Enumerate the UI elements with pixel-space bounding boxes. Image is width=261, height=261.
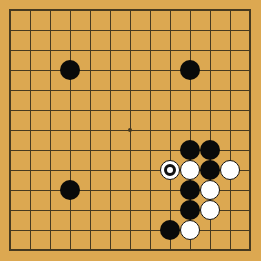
circle-mark <box>164 164 176 176</box>
intersection[interactable] <box>220 240 240 260</box>
intersection[interactable] <box>20 180 40 200</box>
intersection[interactable] <box>100 20 120 40</box>
intersection[interactable] <box>220 220 240 240</box>
intersection[interactable] <box>100 220 120 240</box>
intersection[interactable] <box>140 220 160 240</box>
intersection[interactable] <box>40 240 60 260</box>
intersection[interactable] <box>180 100 200 120</box>
intersection[interactable] <box>240 140 260 160</box>
black-stone <box>200 140 220 160</box>
intersection[interactable] <box>200 0 220 20</box>
intersection[interactable] <box>100 100 120 120</box>
intersection[interactable] <box>60 0 80 20</box>
intersection[interactable] <box>160 0 180 20</box>
intersection[interactable] <box>100 140 120 160</box>
white-stone <box>180 160 200 180</box>
intersection[interactable] <box>60 20 80 40</box>
intersection[interactable] <box>60 120 80 140</box>
intersection[interactable] <box>0 120 20 140</box>
intersection[interactable] <box>20 200 40 220</box>
intersection[interactable] <box>140 160 160 180</box>
intersection[interactable] <box>60 160 80 180</box>
intersection[interactable] <box>200 140 220 160</box>
intersection[interactable] <box>240 240 260 260</box>
intersection[interactable] <box>80 160 100 180</box>
intersection[interactable] <box>100 40 120 60</box>
intersection[interactable] <box>240 60 260 80</box>
intersection[interactable] <box>140 40 160 60</box>
intersection[interactable] <box>20 40 40 60</box>
intersection[interactable] <box>20 0 40 20</box>
intersection[interactable] <box>160 240 180 260</box>
intersection[interactable] <box>80 60 100 80</box>
intersection[interactable] <box>220 20 240 40</box>
intersection[interactable] <box>60 240 80 260</box>
intersection[interactable] <box>100 80 120 100</box>
intersection[interactable] <box>200 40 220 60</box>
intersection[interactable] <box>120 60 140 80</box>
intersection[interactable] <box>60 100 80 120</box>
intersection[interactable] <box>240 20 260 40</box>
intersection[interactable] <box>0 100 20 120</box>
intersection[interactable] <box>180 80 200 100</box>
intersection[interactable] <box>80 240 100 260</box>
intersection[interactable] <box>160 60 180 80</box>
intersection[interactable] <box>140 0 160 20</box>
intersection[interactable] <box>120 80 140 100</box>
intersection[interactable] <box>80 180 100 200</box>
intersection[interactable] <box>100 0 120 20</box>
intersection[interactable] <box>40 160 60 180</box>
intersection[interactable] <box>40 220 60 240</box>
intersection[interactable] <box>20 120 40 140</box>
intersection[interactable] <box>120 240 140 260</box>
intersection[interactable] <box>20 240 40 260</box>
intersection[interactable] <box>140 200 160 220</box>
intersection[interactable] <box>40 100 60 120</box>
intersection[interactable] <box>240 80 260 100</box>
intersection[interactable] <box>40 0 60 20</box>
black-stone <box>180 200 200 220</box>
intersection[interactable] <box>0 180 20 200</box>
intersection[interactable] <box>160 200 180 220</box>
intersection[interactable] <box>100 60 120 80</box>
intersection[interactable] <box>220 100 240 120</box>
intersection[interactable] <box>80 0 100 20</box>
intersection[interactable] <box>120 40 140 60</box>
intersection[interactable] <box>180 160 200 180</box>
intersection[interactable] <box>120 140 140 160</box>
intersection[interactable] <box>20 220 40 240</box>
intersection[interactable] <box>60 220 80 240</box>
intersection[interactable] <box>140 60 160 80</box>
intersection[interactable] <box>180 0 200 20</box>
intersection[interactable] <box>20 100 40 120</box>
intersection[interactable] <box>200 240 220 260</box>
intersection[interactable] <box>40 20 60 40</box>
intersection[interactable] <box>160 80 180 100</box>
intersection[interactable] <box>120 0 140 20</box>
intersection[interactable] <box>180 40 200 60</box>
intersection[interactable] <box>80 120 100 140</box>
intersection[interactable] <box>120 100 140 120</box>
intersection[interactable] <box>160 40 180 60</box>
intersection[interactable] <box>220 160 240 180</box>
intersection[interactable] <box>220 120 240 140</box>
intersection[interactable] <box>40 140 60 160</box>
intersection[interactable] <box>140 80 160 100</box>
black-stone <box>160 220 180 240</box>
intersection[interactable] <box>0 140 20 160</box>
intersection[interactable] <box>0 0 20 20</box>
intersection[interactable] <box>40 60 60 80</box>
intersection[interactable] <box>20 60 40 80</box>
intersection[interactable] <box>40 80 60 100</box>
intersection[interactable] <box>40 200 60 220</box>
black-stone <box>180 60 200 80</box>
intersection[interactable] <box>0 240 20 260</box>
intersection[interactable] <box>100 240 120 260</box>
intersection[interactable] <box>140 100 160 120</box>
intersection[interactable] <box>180 60 200 80</box>
intersection[interactable] <box>180 140 200 160</box>
intersection[interactable] <box>220 80 240 100</box>
intersection[interactable] <box>160 180 180 200</box>
intersection[interactable] <box>200 20 220 40</box>
intersection[interactable] <box>240 120 260 140</box>
intersection[interactable] <box>80 100 100 120</box>
intersection[interactable] <box>60 80 80 100</box>
intersection[interactable] <box>0 160 20 180</box>
intersection[interactable] <box>180 240 200 260</box>
intersection[interactable] <box>200 180 220 200</box>
intersection[interactable] <box>200 60 220 80</box>
intersection[interactable] <box>240 160 260 180</box>
intersection[interactable] <box>100 120 120 140</box>
intersection[interactable] <box>220 180 240 200</box>
intersection[interactable] <box>20 160 40 180</box>
intersection[interactable] <box>240 0 260 20</box>
intersection[interactable] <box>180 200 200 220</box>
intersection[interactable] <box>200 100 220 120</box>
go-board-diagram <box>0 0 261 261</box>
intersection[interactable] <box>160 20 180 40</box>
intersection[interactable] <box>0 220 20 240</box>
intersection[interactable] <box>80 20 100 40</box>
intersection[interactable] <box>120 180 140 200</box>
intersection[interactable] <box>240 180 260 200</box>
intersection[interactable] <box>40 120 60 140</box>
intersection[interactable] <box>140 20 160 40</box>
white-stone <box>200 180 220 200</box>
go-board <box>0 0 260 260</box>
intersection[interactable] <box>120 220 140 240</box>
intersection[interactable] <box>240 220 260 240</box>
intersection[interactable] <box>0 80 20 100</box>
white-stone <box>180 220 200 240</box>
intersection[interactable] <box>80 200 100 220</box>
intersection[interactable] <box>100 200 120 220</box>
intersection[interactable] <box>140 140 160 160</box>
intersection[interactable] <box>180 180 200 200</box>
intersection[interactable] <box>0 60 20 80</box>
star-point <box>128 128 132 132</box>
intersection[interactable] <box>60 60 80 80</box>
black-stone <box>180 140 200 160</box>
intersection[interactable] <box>80 80 100 100</box>
white-stone <box>200 200 220 220</box>
black-stone <box>60 180 80 200</box>
intersection[interactable] <box>140 120 160 140</box>
intersection[interactable] <box>60 40 80 60</box>
intersection[interactable] <box>220 140 240 160</box>
intersection[interactable] <box>180 120 200 140</box>
intersection[interactable] <box>80 220 100 240</box>
intersection[interactable] <box>120 120 140 140</box>
intersection[interactable] <box>100 160 120 180</box>
intersection[interactable] <box>160 160 180 180</box>
black-stone <box>60 60 80 80</box>
intersection[interactable] <box>200 80 220 100</box>
black-stone <box>180 180 200 200</box>
intersection[interactable] <box>60 140 80 160</box>
intersection[interactable] <box>40 40 60 60</box>
intersection[interactable] <box>140 240 160 260</box>
black-stone <box>200 160 220 180</box>
intersection[interactable] <box>140 180 160 200</box>
intersection[interactable] <box>220 200 240 220</box>
intersection[interactable] <box>220 40 240 60</box>
intersection[interactable] <box>20 140 40 160</box>
intersection[interactable] <box>180 220 200 240</box>
intersection[interactable] <box>60 200 80 220</box>
intersection[interactable] <box>160 220 180 240</box>
intersection[interactable] <box>200 160 220 180</box>
intersection[interactable] <box>0 20 20 40</box>
intersection[interactable] <box>240 100 260 120</box>
intersection[interactable] <box>220 60 240 80</box>
intersection[interactable] <box>100 180 120 200</box>
intersection[interactable] <box>80 140 100 160</box>
intersection[interactable] <box>160 100 180 120</box>
intersection[interactable] <box>120 20 140 40</box>
white-stone <box>220 160 240 180</box>
intersection[interactable] <box>20 20 40 40</box>
intersection[interactable] <box>180 20 200 40</box>
intersection[interactable] <box>200 120 220 140</box>
intersection[interactable] <box>160 140 180 160</box>
intersection[interactable] <box>80 40 100 60</box>
intersection[interactable] <box>20 80 40 100</box>
intersection[interactable] <box>240 40 260 60</box>
intersection[interactable] <box>240 200 260 220</box>
intersection[interactable] <box>60 180 80 200</box>
intersection[interactable] <box>120 160 140 180</box>
intersection[interactable] <box>160 120 180 140</box>
intersection[interactable] <box>220 0 240 20</box>
intersection[interactable] <box>200 200 220 220</box>
intersection[interactable] <box>200 220 220 240</box>
intersection[interactable] <box>120 200 140 220</box>
intersection[interactable] <box>0 40 20 60</box>
intersection[interactable] <box>40 180 60 200</box>
intersection[interactable] <box>0 200 20 220</box>
